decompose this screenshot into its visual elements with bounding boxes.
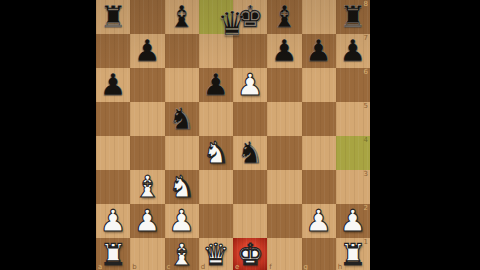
square-c5[interactable]: ♞ <box>165 102 199 136</box>
square-f4[interactable] <box>267 136 301 170</box>
square-b6[interactable] <box>130 68 164 102</box>
letterbox-right <box>370 0 480 270</box>
square-b7[interactable]: ♟ <box>130 34 164 68</box>
square-g3[interactable] <box>302 170 336 204</box>
coordinate-label-file-f: f <box>269 264 271 270</box>
square-c8[interactable]: ♝ <box>165 0 199 34</box>
square-e5[interactable] <box>233 102 267 136</box>
square-c2[interactable]: ♟ <box>165 204 199 238</box>
square-h4[interactable]: 4 <box>336 136 370 170</box>
square-g7[interactable]: ♟ <box>302 34 336 68</box>
square-c4[interactable] <box>165 136 199 170</box>
piece-black-pawn[interactable]: ♟ <box>267 34 301 68</box>
square-d2[interactable] <box>199 204 233 238</box>
piece-white-pawn[interactable]: ♟ <box>302 204 336 238</box>
square-b3[interactable]: ♝ <box>130 170 164 204</box>
square-f3[interactable] <box>267 170 301 204</box>
square-d3[interactable] <box>199 170 233 204</box>
piece-white-knight[interactable]: ♞ <box>199 136 233 170</box>
piece-white-pawn[interactable]: ♟ <box>130 204 164 238</box>
square-f7[interactable]: ♟ <box>267 34 301 68</box>
square-e6[interactable]: ♟ <box>233 68 267 102</box>
piece-black-pawn[interactable]: ♟ <box>302 34 336 68</box>
piece-black-pawn[interactable]: ♟ <box>199 68 233 102</box>
piece-black-queen-flying[interactable]: ♛ <box>215 7 249 41</box>
square-h7[interactable]: ♟7 <box>336 34 370 68</box>
square-g2[interactable]: ♟ <box>302 204 336 238</box>
square-e3[interactable] <box>233 170 267 204</box>
letterbox-left <box>0 0 96 270</box>
piece-white-pawn[interactable]: ♟ <box>233 68 267 102</box>
square-d5[interactable] <box>199 102 233 136</box>
piece-white-king[interactable]: ♚ <box>233 238 267 270</box>
piece-white-pawn[interactable]: ♟ <box>96 204 130 238</box>
video-frame: ♜♝♚♝♜8♟♟♟♟7♟♟♟6♞5♞♞4♝♞3♟♟♟♟♟2♜ab♝c♛d♚efg… <box>0 0 480 270</box>
coordinate-label-rank-3: 3 <box>364 171 368 178</box>
square-f5[interactable] <box>267 102 301 136</box>
square-h2[interactable]: ♟2 <box>336 204 370 238</box>
square-a7[interactable] <box>96 34 130 68</box>
piece-black-rook[interactable]: ♜ <box>96 0 130 34</box>
piece-white-knight[interactable]: ♞ <box>165 170 199 204</box>
square-c7[interactable] <box>165 34 199 68</box>
square-b1[interactable]: b <box>130 238 164 270</box>
coordinate-label-file-g: g <box>304 264 308 270</box>
piece-black-pawn[interactable]: ♟ <box>130 34 164 68</box>
chess-board[interactable]: ♜♝♚♝♜8♟♟♟♟7♟♟♟6♞5♞♞4♝♞3♟♟♟♟♟2♜ab♝c♛d♚efg… <box>96 0 370 270</box>
square-b5[interactable] <box>130 102 164 136</box>
square-a4[interactable] <box>96 136 130 170</box>
piece-black-knight[interactable]: ♞ <box>165 102 199 136</box>
coordinate-label-file-b: b <box>132 264 136 270</box>
square-g5[interactable] <box>302 102 336 136</box>
square-h6[interactable]: 6 <box>336 68 370 102</box>
piece-white-bishop[interactable]: ♝ <box>165 238 199 270</box>
square-a2[interactable]: ♟ <box>96 204 130 238</box>
coordinate-label-rank-6: 6 <box>364 69 368 76</box>
square-h8[interactable]: ♜8 <box>336 0 370 34</box>
square-a8[interactable]: ♜ <box>96 0 130 34</box>
piece-white-queen[interactable]: ♛ <box>199 238 233 270</box>
square-g6[interactable] <box>302 68 336 102</box>
square-g8[interactable] <box>302 0 336 34</box>
square-f6[interactable] <box>267 68 301 102</box>
square-a1[interactable]: ♜a <box>96 238 130 270</box>
square-h3[interactable]: 3 <box>336 170 370 204</box>
piece-white-rook[interactable]: ♜ <box>336 238 370 270</box>
square-f8[interactable]: ♝ <box>267 0 301 34</box>
piece-white-bishop[interactable]: ♝ <box>130 170 164 204</box>
square-h1[interactable]: ♜h1 <box>336 238 370 270</box>
square-a5[interactable] <box>96 102 130 136</box>
square-c6[interactable] <box>165 68 199 102</box>
piece-black-pawn[interactable]: ♟ <box>96 68 130 102</box>
square-f1[interactable]: f <box>267 238 301 270</box>
square-e1[interactable]: ♚e <box>233 238 267 270</box>
square-e2[interactable] <box>233 204 267 238</box>
piece-white-rook[interactable]: ♜ <box>96 238 130 270</box>
square-a3[interactable] <box>96 170 130 204</box>
square-g1[interactable]: g <box>302 238 336 270</box>
square-c3[interactable]: ♞ <box>165 170 199 204</box>
square-b2[interactable]: ♟ <box>130 204 164 238</box>
piece-black-pawn[interactable]: ♟ <box>336 34 370 68</box>
square-f2[interactable] <box>267 204 301 238</box>
piece-black-bishop[interactable]: ♝ <box>267 0 301 34</box>
square-d1[interactable]: ♛d <box>199 238 233 270</box>
piece-white-pawn[interactable]: ♟ <box>336 204 370 238</box>
square-d6[interactable]: ♟ <box>199 68 233 102</box>
square-d4[interactable]: ♞ <box>199 136 233 170</box>
coordinate-label-rank-5: 5 <box>364 103 368 110</box>
square-c1[interactable]: ♝c <box>165 238 199 270</box>
square-e4[interactable]: ♞ <box>233 136 267 170</box>
piece-black-bishop[interactable]: ♝ <box>165 0 199 34</box>
square-a6[interactable]: ♟ <box>96 68 130 102</box>
square-g4[interactable] <box>302 136 336 170</box>
piece-white-pawn[interactable]: ♟ <box>165 204 199 238</box>
coordinate-label-rank-4: 4 <box>364 137 368 144</box>
square-h5[interactable]: 5 <box>336 102 370 136</box>
piece-black-rook[interactable]: ♜ <box>336 0 370 34</box>
square-b8[interactable] <box>130 0 164 34</box>
piece-black-knight[interactable]: ♞ <box>233 136 267 170</box>
square-b4[interactable] <box>130 136 164 170</box>
